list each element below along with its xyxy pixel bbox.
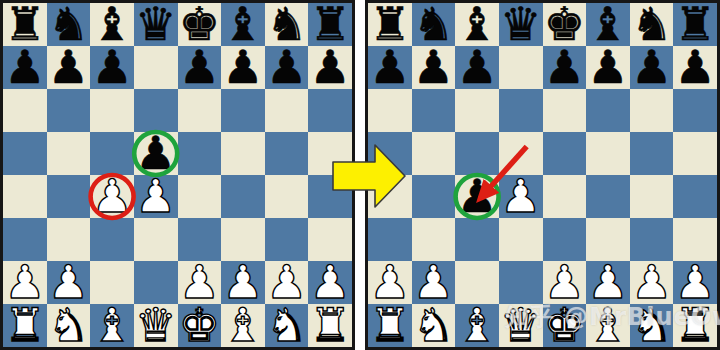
square-e7: ♟	[178, 46, 222, 89]
white-pawn-d4: ♟	[135, 175, 176, 218]
square-g1: ♞	[265, 304, 309, 347]
square-e1: ♚	[178, 304, 222, 347]
black-pawn-f7: ♟	[222, 46, 263, 89]
black-queen-d8: ♛	[500, 3, 541, 46]
black-pawn-b7: ♟	[48, 46, 89, 89]
square-a6	[368, 89, 412, 132]
square-e5	[178, 132, 222, 175]
chess-capture-illustration: ♜♞♝♛♚♝♞♜♟♟♟♟♟♟♟♟♟♟♟♟♟♟♟♟♜♞♝♛♚♝♞♜ ♜♞♝♛♚♝♞…	[0, 0, 720, 350]
square-c3	[90, 218, 134, 261]
white-bishop-f1: ♝	[222, 304, 263, 347]
square-f7: ♟	[221, 46, 265, 89]
square-a1: ♜	[3, 304, 47, 347]
square-d4: ♟	[134, 175, 178, 218]
white-queen-d1: ♛	[500, 304, 541, 347]
black-pawn-e7: ♟	[544, 46, 585, 89]
square-f1: ♝	[586, 304, 630, 347]
square-b6	[412, 89, 456, 132]
square-d1: ♛	[499, 304, 543, 347]
black-pawn-c7: ♟	[456, 46, 497, 89]
chessboard-before-capture: ♜♞♝♛♚♝♞♜♟♟♟♟♟♟♟♟♟♟♟♟♟♟♟♟♜♞♝♛♚♝♞♜	[0, 0, 355, 350]
square-c1: ♝	[455, 304, 499, 347]
square-d7	[134, 46, 178, 89]
square-f5	[586, 132, 630, 175]
square-b1: ♞	[47, 304, 91, 347]
square-h1: ♜	[308, 304, 352, 347]
square-h1: ♜	[673, 304, 717, 347]
square-b6	[47, 89, 91, 132]
square-f6	[586, 89, 630, 132]
square-h7: ♟	[673, 46, 717, 89]
square-b4	[412, 175, 456, 218]
white-rook-a1: ♜	[369, 304, 410, 347]
square-a5	[3, 132, 47, 175]
square-c4: ♟	[90, 175, 134, 218]
square-g7: ♟	[630, 46, 674, 89]
white-bishop-c1: ♝	[456, 304, 497, 347]
black-pawn-a7: ♟	[4, 46, 45, 89]
square-e6	[178, 89, 222, 132]
square-d4: ♟	[499, 175, 543, 218]
square-d3	[499, 218, 543, 261]
square-b1: ♞	[412, 304, 456, 347]
chessboard-after-capture: ♜♞♝♛♚♝♞♜♟♟♟♟♟♟♟♟♟♟♟♟♟♟♟♜♞♝♛♚♝♞♜	[365, 0, 720, 350]
square-g5	[265, 132, 309, 175]
square-b7: ♟	[412, 46, 456, 89]
square-e6	[543, 89, 587, 132]
square-g6	[265, 89, 309, 132]
black-pawn-a7: ♟	[369, 46, 410, 89]
square-c7: ♟	[455, 46, 499, 89]
white-king-e1: ♚	[179, 304, 220, 347]
square-f7: ♟	[586, 46, 630, 89]
square-c6	[90, 89, 134, 132]
square-d7	[499, 46, 543, 89]
square-b4	[47, 175, 91, 218]
square-h6	[673, 89, 717, 132]
white-rook-h1: ♜	[675, 304, 716, 347]
square-a1: ♜	[368, 304, 412, 347]
square-g4	[630, 175, 674, 218]
white-knight-b1: ♞	[48, 304, 89, 347]
square-d1: ♛	[134, 304, 178, 347]
white-knight-b1: ♞	[413, 304, 454, 347]
white-queen-d1: ♛	[135, 304, 176, 347]
white-rook-h1: ♜	[310, 304, 351, 347]
square-h5	[673, 132, 717, 175]
square-g1: ♞	[630, 304, 674, 347]
black-pawn-c7: ♟	[91, 46, 132, 89]
transition-arrow-icon	[325, 136, 413, 216]
white-bishop-c1: ♝	[91, 304, 132, 347]
black-pawn-g7: ♟	[266, 46, 307, 89]
square-f4	[586, 175, 630, 218]
white-pawn-c4: ♟	[91, 175, 132, 218]
black-pawn-g7: ♟	[631, 46, 672, 89]
square-a7: ♟	[368, 46, 412, 89]
white-king-e1: ♚	[544, 304, 585, 347]
square-f1: ♝	[221, 304, 265, 347]
black-pawn-e7: ♟	[179, 46, 220, 89]
square-c3	[455, 218, 499, 261]
square-f6	[221, 89, 265, 132]
black-pawn-h7: ♟	[675, 46, 716, 89]
square-e4	[178, 175, 222, 218]
square-d8: ♛	[499, 3, 543, 46]
square-h7: ♟	[308, 46, 352, 89]
square-a4	[3, 175, 47, 218]
square-c1: ♝	[90, 304, 134, 347]
square-g5	[630, 132, 674, 175]
square-h6	[308, 89, 352, 132]
white-knight-g1: ♞	[631, 304, 672, 347]
square-c7: ♟	[90, 46, 134, 89]
square-g7: ♟	[265, 46, 309, 89]
square-b7: ♟	[47, 46, 91, 89]
square-h4	[673, 175, 717, 218]
white-knight-g1: ♞	[266, 304, 307, 347]
square-g6	[630, 89, 674, 132]
square-b5	[412, 132, 456, 175]
square-c6	[455, 89, 499, 132]
black-pawn-f7: ♟	[587, 46, 628, 89]
square-a7: ♟	[3, 46, 47, 89]
square-e7: ♟	[543, 46, 587, 89]
black-pawn-c4: ♟	[456, 175, 497, 218]
square-c4: ♟	[455, 175, 499, 218]
square-d3	[134, 218, 178, 261]
square-e1: ♚	[543, 304, 587, 347]
white-rook-a1: ♜	[4, 304, 45, 347]
square-e4	[543, 175, 587, 218]
white-bishop-f1: ♝	[587, 304, 628, 347]
square-f4	[221, 175, 265, 218]
black-pawn-h7: ♟	[310, 46, 351, 89]
black-pawn-b7: ♟	[413, 46, 454, 89]
square-f5	[221, 132, 265, 175]
square-b5	[47, 132, 91, 175]
black-queen-d8: ♛	[135, 3, 176, 46]
square-d8: ♛	[134, 3, 178, 46]
square-a6	[3, 89, 47, 132]
square-d6	[499, 89, 543, 132]
square-e5	[543, 132, 587, 175]
square-g4	[265, 175, 309, 218]
white-pawn-d4: ♟	[500, 175, 541, 218]
